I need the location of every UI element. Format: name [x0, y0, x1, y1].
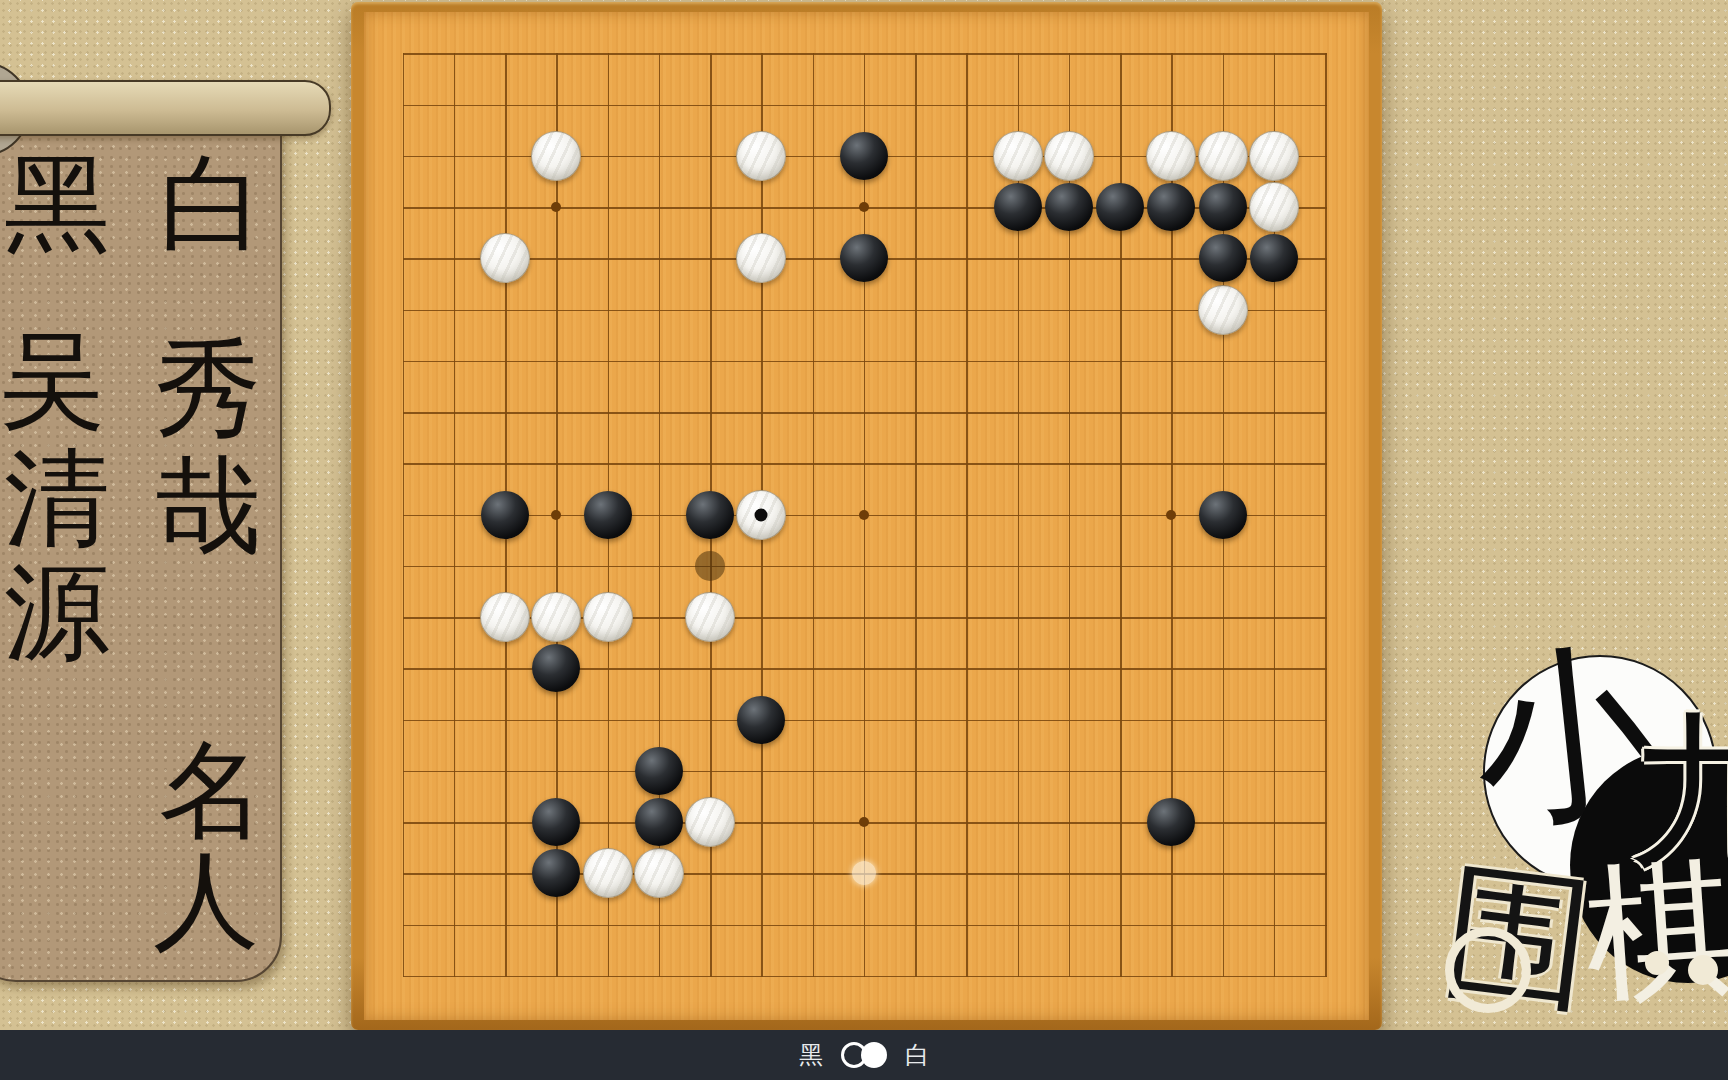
black-stone: [1045, 183, 1093, 231]
logo-brush-ring: [1445, 927, 1531, 1013]
star-point: [551, 202, 561, 212]
white-stone: [583, 848, 633, 898]
white-stone: [480, 233, 530, 283]
grid-vline: [915, 53, 917, 977]
logo-brush-dot: [1645, 951, 1669, 975]
black-player-char-3: 源: [4, 561, 110, 667]
black-stone: [1147, 183, 1195, 231]
go-app-window: 黑白吴清源秀哉名人 小 九 围 棋 黑 白: [0, 0, 1728, 1080]
bar-white-label[interactable]: 白: [905, 1043, 929, 1067]
black-stone: [1199, 491, 1247, 539]
white-stone: [634, 848, 684, 898]
white-title-char-1: 名: [159, 739, 265, 845]
white-stone: [685, 592, 735, 642]
black-stone: [1199, 234, 1247, 282]
star-point: [551, 510, 561, 520]
black-stone: [994, 183, 1042, 231]
white-stone: [1249, 182, 1299, 232]
scroll-rod: [0, 80, 331, 136]
white-stone: [531, 592, 581, 642]
color-toggle[interactable]: [841, 1042, 887, 1068]
board-surface[interactable]: [364, 12, 1369, 1020]
grid-hline: [403, 720, 1327, 722]
white-player-char-1: 秀: [155, 337, 261, 443]
white-stone: [993, 131, 1043, 181]
black-player-char-1: 吴: [0, 329, 105, 435]
white-stone: [1198, 131, 1248, 181]
white-stone: [531, 131, 581, 181]
star-point: [859, 202, 869, 212]
logo-char-qi: 棋: [1580, 853, 1728, 1011]
black-stone: [584, 491, 632, 539]
black-stone: [840, 132, 888, 180]
black-stone: [532, 644, 580, 692]
toggle-white-circle-icon: [861, 1042, 887, 1068]
last-move-dot-marker: [755, 508, 768, 521]
board-grid[interactable]: [403, 53, 1326, 976]
star-point: [1166, 510, 1176, 520]
white-stone: [736, 131, 786, 181]
star-point: [859, 817, 869, 827]
white-player-char-2: 哉: [155, 454, 261, 560]
white-title-char-2: 人: [153, 849, 259, 955]
white-stone: [685, 797, 735, 847]
scroll-black-label: 黑: [4, 152, 110, 258]
grid-vline: [966, 53, 968, 977]
ghost-black-marker: [695, 551, 725, 581]
black-stone: [1096, 183, 1144, 231]
white-stone: [736, 233, 786, 283]
white-stone: [1198, 285, 1248, 335]
grid-vline: [1325, 53, 1327, 977]
logo-brush-dot: [1688, 955, 1718, 985]
black-stone: [1147, 798, 1195, 846]
black-stone: [1250, 234, 1298, 282]
bar-black-label[interactable]: 黑: [799, 1043, 823, 1067]
ghost-white-marker: [852, 861, 876, 885]
black-stone: [532, 798, 580, 846]
black-stone: [532, 849, 580, 897]
black-stone: [635, 747, 683, 795]
grid-hline: [403, 976, 1327, 978]
star-point: [859, 510, 869, 520]
white-stone: [1146, 131, 1196, 181]
scroll-white-label: 白: [159, 152, 265, 258]
black-player-char-2: 清: [4, 447, 110, 553]
grid-hline: [403, 566, 1327, 568]
go-board: [351, 2, 1382, 1030]
black-stone: [737, 696, 785, 744]
white-stone: [1249, 131, 1299, 181]
bottom-bar: 黑 白: [0, 1030, 1728, 1080]
white-stone: [480, 592, 530, 642]
black-stone: [840, 234, 888, 282]
black-stone: [686, 491, 734, 539]
black-stone: [1199, 183, 1247, 231]
black-stone: [481, 491, 529, 539]
white-stone: [1044, 131, 1094, 181]
grid-hline: [403, 925, 1327, 927]
black-stone: [635, 798, 683, 846]
grid-hline: [403, 771, 1327, 773]
white-stone: [583, 592, 633, 642]
